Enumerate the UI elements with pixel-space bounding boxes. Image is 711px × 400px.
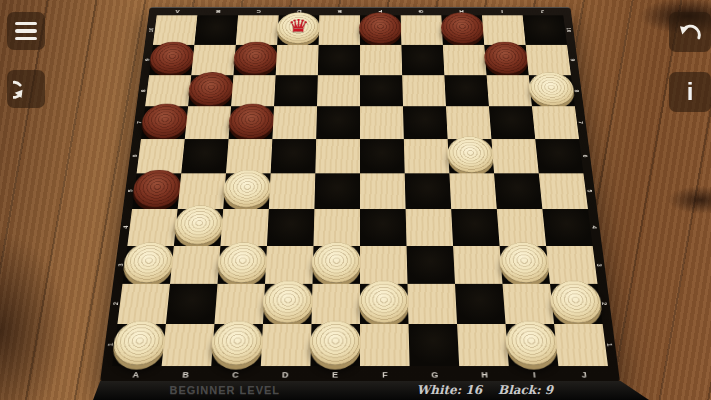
square-c10[interactable] <box>236 15 279 44</box>
square-g5[interactable] <box>405 173 451 208</box>
square-h7[interactable] <box>446 107 491 140</box>
square-h1[interactable] <box>457 324 509 366</box>
white-man-i3[interactable] <box>498 242 550 283</box>
square-b6[interactable] <box>181 139 228 173</box>
square-h3[interactable] <box>453 246 502 284</box>
white-man-c1[interactable] <box>210 320 264 364</box>
square-c3[interactable] <box>217 246 266 284</box>
white-king-d10[interactable]: ♛ <box>276 13 320 44</box>
square-i10[interactable] <box>482 15 526 44</box>
square-b1[interactable] <box>162 324 215 366</box>
file-label-bottom-c: C <box>210 368 261 381</box>
square-i6[interactable] <box>491 139 538 173</box>
square-b5[interactable] <box>178 173 226 208</box>
white-man-i1[interactable] <box>504 320 559 364</box>
app-screen: ABCDEFGHIJ 10987654321 10987654321 ♛ ABC… <box>0 0 711 400</box>
black-man-a9[interactable] <box>148 42 195 74</box>
file-label-top-c: C <box>238 8 279 16</box>
white-man-e1[interactable] <box>309 320 361 364</box>
square-a10[interactable] <box>153 15 197 44</box>
square-d3[interactable] <box>265 246 313 284</box>
menu-button[interactable] <box>7 12 45 50</box>
square-a5[interactable] <box>132 173 181 208</box>
black-man-a5[interactable] <box>131 170 182 208</box>
square-d7[interactable] <box>272 107 317 140</box>
file-label-top-a: A <box>157 8 198 16</box>
restart-rotate-icon <box>13 76 39 102</box>
white-score: White: 16 <box>417 383 482 397</box>
white-man-b4[interactable] <box>173 205 224 244</box>
file-label-bottom-a: A <box>110 368 161 381</box>
level-label: BEGINNER LEVEL <box>169 384 280 396</box>
board-front-edge: BEGINNER LEVEL White: 16 Black: 9 <box>93 381 649 400</box>
square-h4[interactable] <box>451 209 499 246</box>
black-man-i9[interactable] <box>483 42 529 74</box>
white-man-f2[interactable] <box>359 280 409 323</box>
square-g3[interactable] <box>407 246 455 284</box>
white-man-a1[interactable] <box>111 320 167 364</box>
square-j2[interactable] <box>550 284 603 324</box>
file-label-top-j: J <box>522 8 563 16</box>
black-man-c9[interactable] <box>233 42 278 74</box>
square-a8[interactable] <box>145 75 191 107</box>
square-d1[interactable] <box>261 324 312 366</box>
square-c6[interactable] <box>226 139 272 173</box>
score-display: White: 16 Black: 9 <box>417 383 553 397</box>
white-man-a3[interactable] <box>122 242 176 283</box>
white-man-c5[interactable] <box>222 170 271 208</box>
white-man-c3[interactable] <box>217 242 268 283</box>
square-e8[interactable] <box>317 75 360 107</box>
square-f7[interactable] <box>360 107 404 140</box>
square-a1[interactable] <box>112 324 166 366</box>
square-f10[interactable] <box>360 15 401 44</box>
square-g4[interactable] <box>406 209 453 246</box>
square-f5[interactable] <box>360 173 406 208</box>
file-label-top-i: I <box>481 8 522 16</box>
square-b3[interactable] <box>170 246 220 284</box>
square-c9[interactable] <box>233 45 277 75</box>
square-f3[interactable] <box>360 246 408 284</box>
square-h5[interactable] <box>449 173 496 208</box>
hamburger-menu-icon <box>15 22 37 41</box>
file-label-bottom-b: B <box>160 368 211 381</box>
square-f6[interactable] <box>360 139 405 173</box>
file-labels-bottom: ABCDEFGHIJ <box>110 368 610 381</box>
square-i4[interactable] <box>497 209 546 246</box>
king-crown-icon: ♛ <box>287 18 310 36</box>
square-g10[interactable] <box>401 15 443 44</box>
undo-arrow-icon <box>676 18 704 46</box>
square-h6[interactable] <box>448 139 494 173</box>
square-d4[interactable] <box>267 209 314 246</box>
square-f9[interactable] <box>360 45 402 75</box>
square-h8[interactable] <box>444 75 489 107</box>
file-label-bottom-g: G <box>410 368 460 381</box>
file-label-bottom-i: I <box>509 368 560 381</box>
square-g8[interactable] <box>402 75 446 107</box>
square-a2[interactable] <box>117 284 170 324</box>
file-label-bottom-e: E <box>310 368 360 381</box>
square-f8[interactable] <box>360 75 403 107</box>
square-b2[interactable] <box>166 284 218 324</box>
square-g6[interactable] <box>404 139 450 173</box>
square-e7[interactable] <box>316 107 360 140</box>
board: ABCDEFGHIJ 10987654321 10987654321 ♛ ABC… <box>100 7 620 382</box>
square-d9[interactable] <box>276 45 319 75</box>
square-a6[interactable] <box>137 139 185 173</box>
file-label-bottom-d: D <box>260 368 310 381</box>
black-man-b8[interactable] <box>187 72 234 106</box>
square-g9[interactable] <box>401 45 444 75</box>
white-man-j8[interactable] <box>528 72 576 106</box>
square-j9[interactable] <box>526 45 571 75</box>
file-label-bottom-h: H <box>459 368 510 381</box>
square-a9[interactable] <box>149 45 194 75</box>
square-c1[interactable] <box>211 324 263 366</box>
square-a3[interactable] <box>122 246 173 284</box>
square-i2[interactable] <box>503 284 555 324</box>
square-c7[interactable] <box>229 107 274 140</box>
white-man-h6[interactable] <box>447 136 495 172</box>
file-label-top-e: E <box>319 8 360 16</box>
black-score: Black: 9 <box>498 383 553 397</box>
square-d10[interactable]: ♛ <box>277 15 319 44</box>
square-c2[interactable] <box>214 284 265 324</box>
square-f1[interactable] <box>360 324 410 366</box>
square-b4[interactable] <box>174 209 223 246</box>
restart-button[interactable] <box>7 70 45 108</box>
square-h9[interactable] <box>443 45 487 75</box>
square-j5[interactable] <box>539 173 588 208</box>
square-j1[interactable] <box>554 324 608 366</box>
file-label-bottom-f: F <box>360 368 410 381</box>
square-g2[interactable] <box>408 284 458 324</box>
square-i7[interactable] <box>489 107 535 140</box>
undo-button[interactable] <box>669 12 711 52</box>
square-j7[interactable] <box>532 107 579 140</box>
square-d8[interactable] <box>274 75 318 107</box>
file-label-top-b: B <box>197 8 238 16</box>
square-e2[interactable] <box>311 284 360 324</box>
square-c8[interactable] <box>231 75 276 107</box>
square-e9[interactable] <box>318 45 360 75</box>
square-e1[interactable] <box>310 324 360 366</box>
square-j6[interactable] <box>535 139 583 173</box>
square-d6[interactable] <box>271 139 317 173</box>
square-f2[interactable] <box>360 284 409 324</box>
file-label-top-g: G <box>400 8 441 16</box>
square-i5[interactable] <box>494 173 542 208</box>
square-d5[interactable] <box>269 173 315 208</box>
square-j4[interactable] <box>542 209 592 246</box>
square-j10[interactable] <box>523 15 567 44</box>
white-man-e3[interactable] <box>312 242 361 283</box>
info-icon: i <box>687 80 694 104</box>
square-e10[interactable] <box>319 15 360 44</box>
square-e5[interactable] <box>314 173 360 208</box>
square-i3[interactable] <box>500 246 550 284</box>
square-b10[interactable] <box>194 15 238 44</box>
board-squares: ♛ <box>112 15 608 366</box>
white-man-d2[interactable] <box>262 280 313 323</box>
square-j3[interactable] <box>546 246 597 284</box>
square-h2[interactable] <box>455 284 506 324</box>
black-man-h10[interactable] <box>440 13 485 44</box>
square-f4[interactable] <box>360 209 407 246</box>
square-i8[interactable] <box>487 75 532 107</box>
square-i9[interactable] <box>484 45 529 75</box>
square-i1[interactable] <box>506 324 559 366</box>
file-label-bottom-j: J <box>559 368 610 381</box>
square-c5[interactable] <box>223 173 270 208</box>
square-g7[interactable] <box>403 107 448 140</box>
square-b7[interactable] <box>185 107 231 140</box>
square-d2[interactable] <box>263 284 313 324</box>
square-b8[interactable] <box>188 75 233 107</box>
square-e4[interactable] <box>313 209 360 246</box>
square-c4[interactable] <box>220 209 268 246</box>
square-g1[interactable] <box>409 324 460 366</box>
info-button[interactable]: i <box>669 72 711 112</box>
black-man-f10[interactable] <box>359 13 402 44</box>
square-j8[interactable] <box>529 75 575 107</box>
black-man-a7[interactable] <box>140 103 189 138</box>
square-e6[interactable] <box>315 139 360 173</box>
square-b9[interactable] <box>191 45 236 75</box>
white-man-j2[interactable] <box>549 280 604 323</box>
square-h10[interactable] <box>441 15 484 44</box>
square-a4[interactable] <box>127 209 177 246</box>
black-man-c7[interactable] <box>228 103 275 138</box>
square-e3[interactable] <box>312 246 360 284</box>
square-a7[interactable] <box>141 107 188 140</box>
file-labels-top: ABCDEFGHIJ <box>157 8 564 16</box>
